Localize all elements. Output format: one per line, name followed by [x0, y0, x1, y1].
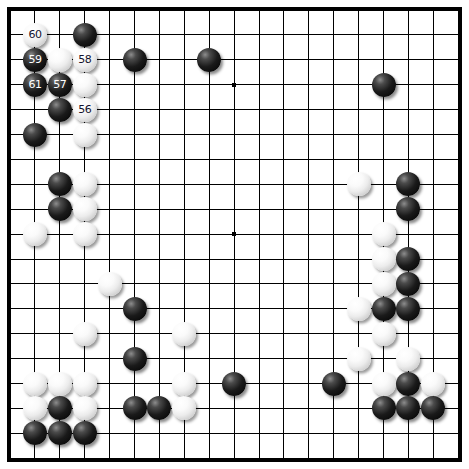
move-number-label: 56 — [78, 104, 91, 115]
stone-black[interactable] — [23, 421, 47, 445]
go-diagram-screenshot: 605958615756 — [0, 0, 469, 469]
stone-white[interactable]: 60 — [23, 23, 47, 47]
stone-black[interactable] — [222, 372, 246, 396]
stone-white[interactable] — [372, 272, 396, 296]
stone-black[interactable] — [123, 396, 147, 420]
stone-black[interactable] — [197, 48, 221, 72]
stone-black[interactable] — [396, 396, 420, 420]
stone-black[interactable] — [73, 421, 97, 445]
stone-white[interactable]: 58 — [73, 48, 97, 72]
stone-black[interactable] — [48, 421, 72, 445]
stone-black[interactable] — [372, 396, 396, 420]
star-point — [232, 83, 236, 87]
stone-black[interactable] — [48, 396, 72, 420]
stone-white[interactable] — [372, 247, 396, 271]
stone-white[interactable] — [347, 347, 371, 371]
stone-white[interactable] — [73, 372, 97, 396]
stone-black[interactable] — [396, 172, 420, 196]
stone-white[interactable] — [73, 172, 97, 196]
stone-black[interactable] — [147, 396, 171, 420]
grid-line-vertical — [259, 10, 260, 459]
stone-black[interactable] — [73, 23, 97, 47]
stone-white[interactable] — [347, 172, 371, 196]
stone-black[interactable] — [48, 197, 72, 221]
stone-white[interactable] — [396, 347, 420, 371]
stone-black[interactable] — [322, 372, 346, 396]
stone-black[interactable]: 57 — [48, 73, 72, 97]
move-number-label: 57 — [53, 79, 66, 90]
stone-white[interactable] — [421, 372, 445, 396]
stone-white[interactable] — [172, 372, 196, 396]
stone-white[interactable] — [347, 297, 371, 321]
star-point — [232, 232, 236, 236]
stone-white[interactable] — [73, 396, 97, 420]
stone-white[interactable] — [48, 372, 72, 396]
stone-black[interactable] — [396, 372, 420, 396]
stone-white[interactable] — [372, 372, 396, 396]
stone-black[interactable] — [123, 297, 147, 321]
stone-white[interactable] — [98, 272, 122, 296]
grid-line-horizontal — [10, 458, 459, 459]
stone-black[interactable] — [372, 297, 396, 321]
stone-white[interactable] — [73, 123, 97, 147]
stone-white[interactable] — [372, 222, 396, 246]
grid-line-vertical — [308, 10, 309, 459]
stone-white[interactable] — [172, 322, 196, 346]
stone-black[interactable]: 61 — [23, 73, 47, 97]
stone-white[interactable] — [23, 396, 47, 420]
stone-black[interactable] — [123, 347, 147, 371]
move-number-label: 60 — [28, 29, 41, 40]
stone-white[interactable] — [73, 73, 97, 97]
stone-black[interactable] — [23, 123, 47, 147]
stone-white[interactable] — [73, 197, 97, 221]
stone-black[interactable] — [48, 98, 72, 122]
stone-black[interactable]: 59 — [23, 48, 47, 72]
stone-black[interactable] — [123, 48, 147, 72]
stone-white[interactable] — [23, 372, 47, 396]
grid-line-vertical — [358, 10, 359, 459]
stone-white[interactable] — [48, 48, 72, 72]
stone-white[interactable] — [372, 322, 396, 346]
stone-black[interactable] — [372, 73, 396, 97]
stone-black[interactable] — [396, 272, 420, 296]
stone-black[interactable] — [396, 197, 420, 221]
stone-black[interactable] — [396, 297, 420, 321]
move-number-label: 59 — [28, 54, 41, 65]
stone-white[interactable] — [73, 322, 97, 346]
stone-white[interactable]: 56 — [73, 98, 97, 122]
stone-black[interactable] — [396, 247, 420, 271]
move-number-label: 61 — [28, 79, 41, 90]
stone-black[interactable] — [48, 172, 72, 196]
stone-white[interactable] — [172, 396, 196, 420]
stone-black[interactable] — [421, 396, 445, 420]
grid-line-vertical — [283, 10, 284, 459]
stone-white[interactable] — [23, 222, 47, 246]
stone-white[interactable] — [73, 222, 97, 246]
move-number-label: 58 — [78, 54, 91, 65]
go-board[interactable]: 605958615756 — [0, 0, 469, 469]
grid-line-vertical — [458, 10, 459, 459]
grid-line-horizontal — [10, 358, 459, 359]
